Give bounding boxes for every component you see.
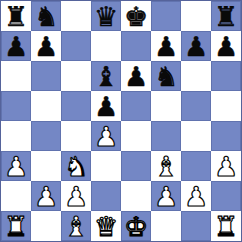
square-a1[interactable]: ♜: [1, 211, 31, 241]
square-g6[interactable]: [181, 61, 211, 91]
square-e2[interactable]: [121, 181, 151, 211]
square-f5[interactable]: [151, 91, 181, 121]
square-b2[interactable]: ♟: [31, 181, 61, 211]
square-b1[interactable]: [31, 211, 61, 241]
black-pawn[interactable]: ♟: [184, 33, 208, 60]
square-h3[interactable]: ♟: [211, 151, 241, 181]
square-e3[interactable]: [121, 151, 151, 181]
white-rook[interactable]: ♜: [4, 213, 28, 240]
white-pawn[interactable]: ♟: [154, 183, 178, 210]
white-pawn[interactable]: ♟: [184, 183, 208, 210]
square-f6[interactable]: ♞: [151, 61, 181, 91]
black-king[interactable]: ♚: [124, 3, 148, 30]
chess-board: ♜♞♛♚♜♟♟♟♟♟♝♟♞♟♟♟♞♝♟♟♟♟♟♜♝♛♚♜: [0, 0, 242, 242]
square-f4[interactable]: [151, 121, 181, 151]
white-pawn[interactable]: ♟: [94, 123, 118, 150]
black-rook[interactable]: ♜: [4, 3, 28, 30]
square-a7[interactable]: ♟: [1, 31, 31, 61]
square-h2[interactable]: [211, 181, 241, 211]
square-b4[interactable]: [31, 121, 61, 151]
square-d8[interactable]: ♛: [91, 1, 121, 31]
square-d3[interactable]: [91, 151, 121, 181]
square-b3[interactable]: [31, 151, 61, 181]
square-e6[interactable]: ♟: [121, 61, 151, 91]
square-c8[interactable]: [61, 1, 91, 31]
square-c1[interactable]: ♝: [61, 211, 91, 241]
square-c3[interactable]: ♞: [61, 151, 91, 181]
white-pawn[interactable]: ♟: [34, 183, 58, 210]
square-c6[interactable]: [61, 61, 91, 91]
square-c2[interactable]: ♟: [61, 181, 91, 211]
white-pawn[interactable]: ♟: [4, 153, 28, 180]
black-pawn[interactable]: ♟: [34, 33, 58, 60]
black-pawn[interactable]: ♟: [94, 93, 118, 120]
square-h8[interactable]: ♜: [211, 1, 241, 31]
black-knight[interactable]: ♞: [154, 63, 178, 90]
square-b8[interactable]: ♞: [31, 1, 61, 31]
white-pawn[interactable]: ♟: [214, 153, 238, 180]
square-g2[interactable]: ♟: [181, 181, 211, 211]
square-f2[interactable]: ♟: [151, 181, 181, 211]
white-bishop[interactable]: ♝: [154, 153, 178, 180]
square-b6[interactable]: [31, 61, 61, 91]
black-queen[interactable]: ♛: [94, 3, 118, 30]
black-knight[interactable]: ♞: [34, 3, 58, 30]
square-f1[interactable]: [151, 211, 181, 241]
square-a5[interactable]: [1, 91, 31, 121]
square-e4[interactable]: [121, 121, 151, 151]
square-c7[interactable]: [61, 31, 91, 61]
square-d1[interactable]: ♛: [91, 211, 121, 241]
square-a2[interactable]: [1, 181, 31, 211]
square-a8[interactable]: ♜: [1, 1, 31, 31]
black-pawn[interactable]: ♟: [124, 63, 148, 90]
square-a4[interactable]: [1, 121, 31, 151]
square-g5[interactable]: [181, 91, 211, 121]
black-pawn[interactable]: ♟: [214, 33, 238, 60]
white-pawn[interactable]: ♟: [64, 183, 88, 210]
square-e8[interactable]: ♚: [121, 1, 151, 31]
square-h7[interactable]: ♟: [211, 31, 241, 61]
white-knight[interactable]: ♞: [64, 153, 88, 180]
square-f3[interactable]: ♝: [151, 151, 181, 181]
square-d6[interactable]: ♝: [91, 61, 121, 91]
square-d5[interactable]: ♟: [91, 91, 121, 121]
white-rook[interactable]: ♜: [214, 213, 238, 240]
black-rook[interactable]: ♜: [214, 3, 238, 30]
black-bishop[interactable]: ♝: [94, 63, 118, 90]
white-bishop[interactable]: ♝: [64, 213, 88, 240]
square-g4[interactable]: [181, 121, 211, 151]
square-b7[interactable]: ♟: [31, 31, 61, 61]
square-h5[interactable]: [211, 91, 241, 121]
square-h6[interactable]: [211, 61, 241, 91]
square-e7[interactable]: [121, 31, 151, 61]
square-e1[interactable]: ♚: [121, 211, 151, 241]
square-f8[interactable]: [151, 1, 181, 31]
square-c4[interactable]: [61, 121, 91, 151]
square-g8[interactable]: [181, 1, 211, 31]
square-h1[interactable]: ♜: [211, 211, 241, 241]
square-d2[interactable]: [91, 181, 121, 211]
square-d7[interactable]: [91, 31, 121, 61]
black-pawn[interactable]: ♟: [154, 33, 178, 60]
black-pawn[interactable]: ♟: [4, 33, 28, 60]
square-d4[interactable]: ♟: [91, 121, 121, 151]
square-h4[interactable]: [211, 121, 241, 151]
square-c5[interactable]: [61, 91, 91, 121]
square-a6[interactable]: [1, 61, 31, 91]
square-a3[interactable]: ♟: [1, 151, 31, 181]
square-f7[interactable]: ♟: [151, 31, 181, 61]
square-e5[interactable]: [121, 91, 151, 121]
white-king[interactable]: ♚: [124, 213, 148, 240]
square-g1[interactable]: [181, 211, 211, 241]
square-g3[interactable]: [181, 151, 211, 181]
square-b5[interactable]: [31, 91, 61, 121]
square-g7[interactable]: ♟: [181, 31, 211, 61]
white-queen[interactable]: ♛: [94, 213, 118, 240]
